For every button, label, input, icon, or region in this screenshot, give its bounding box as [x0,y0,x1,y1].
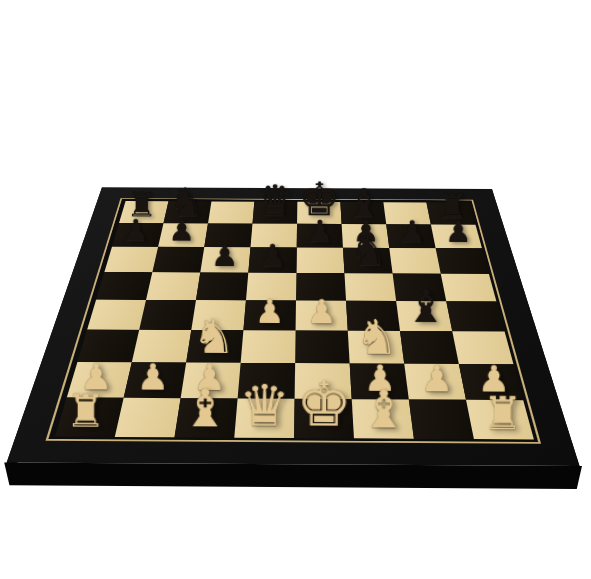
square-c6[interactable]: ♟ [200,247,250,273]
black-pawn-e7[interactable]: ♟ [307,217,334,245]
white-pawn-e4[interactable]: ♟ [307,296,337,328]
square-g2[interactable]: ♟ [404,364,466,400]
white-bishop-c1[interactable]: ♝ [181,384,228,434]
square-b5[interactable] [146,272,200,300]
square-d1[interactable]: ♛ [234,399,294,439]
square-b4[interactable] [139,300,196,330]
square-d8[interactable]: ♛ [253,202,298,224]
square-c8[interactable] [208,201,254,223]
square-a6[interactable] [104,247,158,273]
black-pawn-h7[interactable]: ♟ [445,218,472,246]
square-e4[interactable]: ♟ [296,301,348,331]
white-knight-f3[interactable]: ♞ [355,315,398,361]
white-bishop-f1[interactable]: ♝ [360,385,407,435]
board-front-edge [4,463,582,489]
square-h5[interactable] [441,274,497,302]
square-c5[interactable] [196,273,248,301]
white-pawn-g2[interactable]: ♟ [420,361,453,396]
black-pawn-c6[interactable]: ♟ [211,241,239,270]
square-b2[interactable]: ♟ [124,362,187,398]
white-rook-h1[interactable]: ♜ [483,392,524,435]
square-h7[interactable]: ♟ [431,224,482,248]
square-g7[interactable]: ♟ [386,224,435,248]
white-pawn-b2[interactable]: ♟ [137,360,170,395]
chess-board: ♜♞♛♚♝♜♟♟♟♟♟♟♟♟♞♟♟♝♞♞♟♟♟♟♟♟♜♝♛♚♝♜ [7,187,580,466]
black-pawn-a7[interactable]: ♟ [122,216,149,244]
white-knight-c3[interactable]: ♞ [192,314,235,360]
board-frame: ♜♞♛♚♝♜♟♟♟♟♟♟♟♟♞♟♟♝♞♞♟♟♟♟♟♟♜♝♛♚♝♜ [7,187,580,466]
black-pawn-d6[interactable]: ♟ [259,241,287,270]
square-a5[interactable] [96,272,152,300]
square-f1[interactable]: ♝ [352,399,414,439]
square-g4[interactable]: ♝ [396,301,452,331]
square-e1[interactable]: ♚ [294,399,354,439]
square-g1[interactable] [409,399,474,439]
white-queen-d1[interactable]: ♛ [239,379,291,434]
black-queen-d8[interactable]: ♛ [256,181,294,222]
square-b1[interactable] [115,398,181,437]
square-e6[interactable] [296,247,344,273]
square-d6[interactable]: ♟ [248,247,296,273]
square-a4[interactable] [87,300,146,330]
board-pinstripe-border: ♜♞♛♚♝♜♟♟♟♟♟♟♟♟♞♟♟♝♞♞♟♟♟♟♟♟♜♝♛♚♝♜ [45,198,541,443]
square-f5[interactable] [344,273,396,301]
square-e3[interactable] [295,331,350,364]
white-rook-a1[interactable]: ♜ [66,390,107,433]
square-h1[interactable]: ♜ [466,400,534,440]
square-c1[interactable]: ♝ [174,398,237,437]
black-pawn-g7[interactable]: ♟ [399,217,426,245]
black-pawn-b7[interactable]: ♟ [168,216,195,244]
square-h4[interactable] [446,301,504,331]
square-f6[interactable]: ♞ [343,248,393,274]
white-king-e1[interactable]: ♚ [296,375,352,434]
square-d3[interactable] [241,330,296,363]
board-grid: ♜♞♛♚♝♜♟♟♟♟♟♟♟♟♞♟♟♝♞♞♟♟♟♟♟♟♜♝♛♚♝♜ [55,201,534,439]
square-b7[interactable]: ♟ [158,223,208,247]
white-pawn-d4[interactable]: ♟ [255,296,285,328]
black-bishop-g4[interactable]: ♝ [405,285,446,329]
square-d4[interactable]: ♟ [243,300,296,330]
square-h6[interactable] [436,248,489,274]
product-photo-scene: ♜♞♛♚♝♜♟♟♟♟♟♟♟♟♞♟♟♝♞♞♟♟♟♟♟♟♜♝♛♚♝♜ [0,0,591,579]
square-a7[interactable]: ♟ [112,223,164,247]
square-e7[interactable]: ♟ [297,224,343,248]
square-a1[interactable]: ♜ [55,398,124,437]
square-b6[interactable] [152,247,204,273]
square-g6[interactable] [389,248,440,274]
black-knight-f6[interactable]: ♞ [349,231,387,271]
